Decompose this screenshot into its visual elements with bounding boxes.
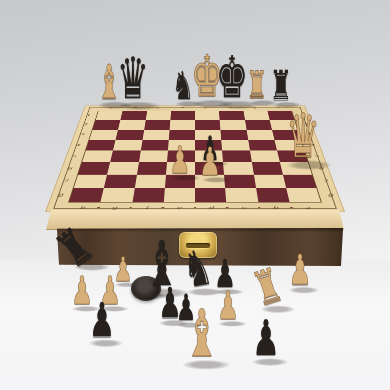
white-queen-glyph: ♛ [286,105,321,166]
white-bishop-glyph: ♝ [184,301,221,366]
black-king-glyph: ♚ [216,49,248,106]
piece-white-queen-a6[interactable]: ♛ [282,119,324,166]
piece-black-king-c1[interactable]: ♚ [212,62,251,106]
white-pawn-glyph: ♟ [288,249,312,291]
black-pawn-glyph: ♟ [89,297,115,344]
table-piece-white-rook-tilted[interactable]: ♜ [248,271,290,315]
white-pawn-glyph: ♟ [199,142,221,181]
pieces-layer: ♝♛♞♚♚♜♜♛♟♟♟♜♟♟♟♟♝♟♟♞♟♟♝♜♟♟ [0,0,390,390]
black-pawn-glyph: ♟ [252,314,280,363]
piece-black-queen-g1[interactable]: ♛ [113,63,152,107]
piece-white-pawn-d7[interactable]: ♟ [197,151,224,181]
white-pawn-glyph: ♟ [169,141,190,179]
piece-white-pawn-e7[interactable]: ♟ [167,150,193,179]
table-piece-white-pawn-right[interactable]: ♟ [286,259,315,291]
table-piece-black-pawn-front-right[interactable]: ♟ [249,325,283,363]
table-piece-black-pawn-front-left[interactable]: ♟ [86,308,118,344]
white-rook-glyph: ♜ [248,261,288,314]
black-queen-glyph: ♛ [117,50,149,107]
table-piece-white-bishop-front[interactable]: ♝ [180,316,225,366]
